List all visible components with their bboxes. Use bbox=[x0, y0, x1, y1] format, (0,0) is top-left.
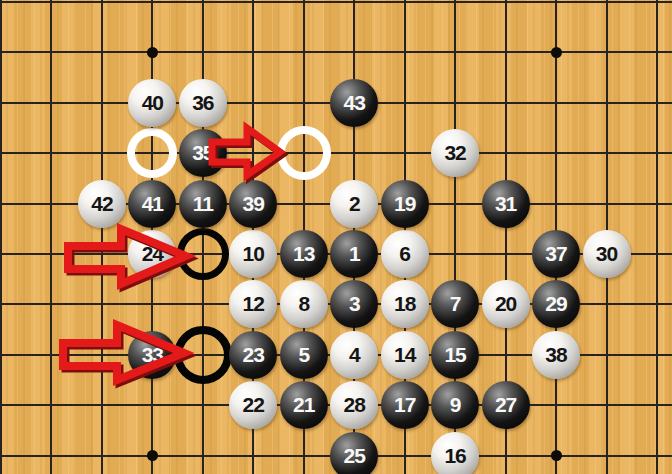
white-ring-marker[interactable] bbox=[127, 128, 177, 178]
stone-13[interactable]: 13 bbox=[280, 230, 328, 278]
stone-12[interactable]: 12 bbox=[229, 280, 277, 328]
stone-number: 12 bbox=[243, 292, 264, 316]
stone-5[interactable]: 5 bbox=[280, 331, 328, 379]
stone-40[interactable]: 40 bbox=[128, 79, 176, 127]
stone-39[interactable]: 39 bbox=[229, 180, 277, 228]
stone-11[interactable]: 11 bbox=[179, 180, 227, 228]
stone-number: 42 bbox=[91, 192, 112, 216]
stone-29[interactable]: 29 bbox=[532, 280, 580, 328]
stone-18[interactable]: 18 bbox=[381, 280, 429, 328]
stone-number: 37 bbox=[545, 242, 566, 266]
stone-number: 4 bbox=[349, 343, 360, 367]
stone-20[interactable]: 20 bbox=[482, 280, 530, 328]
star-point bbox=[551, 450, 562, 461]
stone-14[interactable]: 14 bbox=[381, 331, 429, 379]
stone-number: 20 bbox=[495, 292, 516, 316]
stone-4[interactable]: 4 bbox=[330, 331, 378, 379]
stone-25[interactable]: 25 bbox=[330, 432, 378, 474]
stone-number: 33 bbox=[142, 343, 163, 367]
star-point bbox=[551, 47, 562, 58]
stone-number: 14 bbox=[394, 343, 415, 367]
stone-number: 19 bbox=[394, 192, 415, 216]
stone-27[interactable]: 27 bbox=[482, 381, 530, 429]
stone-43[interactable]: 43 bbox=[330, 79, 378, 127]
star-point bbox=[147, 47, 158, 58]
grid-line-vertical bbox=[0, 0, 2, 474]
stone-21[interactable]: 21 bbox=[280, 381, 328, 429]
stone-9[interactable]: 9 bbox=[431, 381, 479, 429]
stone-number: 1 bbox=[349, 242, 360, 266]
grid-line-horizontal bbox=[0, 51, 672, 53]
stone-42[interactable]: 42 bbox=[78, 180, 126, 228]
stone-number: 16 bbox=[444, 444, 465, 468]
stone-number: 15 bbox=[444, 343, 465, 367]
stone-number: 17 bbox=[394, 393, 415, 417]
white-ring-marker[interactable] bbox=[277, 126, 331, 180]
stone-number: 27 bbox=[495, 393, 516, 417]
stone-8[interactable]: 8 bbox=[280, 280, 328, 328]
stone-number: 24 bbox=[142, 242, 163, 266]
grid-line-vertical bbox=[656, 0, 658, 474]
stone-number: 18 bbox=[394, 292, 415, 316]
stone-number: 30 bbox=[596, 242, 617, 266]
stone-24[interactable]: 24 bbox=[128, 230, 176, 278]
stone-number: 3 bbox=[349, 292, 360, 316]
grid-line-vertical bbox=[50, 0, 52, 474]
stone-2[interactable]: 2 bbox=[330, 180, 378, 228]
stone-number: 10 bbox=[243, 242, 264, 266]
stone-number: 6 bbox=[399, 242, 410, 266]
star-point bbox=[147, 450, 158, 461]
stone-number: 9 bbox=[450, 393, 461, 417]
stone-number: 39 bbox=[243, 192, 264, 216]
stone-number: 8 bbox=[298, 292, 309, 316]
stone-32[interactable]: 32 bbox=[431, 129, 479, 177]
gomoku-board[interactable]: 1234567891011121314151617181920212223242… bbox=[0, 0, 672, 474]
stone-number: 29 bbox=[545, 292, 566, 316]
stone-37[interactable]: 37 bbox=[532, 230, 580, 278]
stone-41[interactable]: 41 bbox=[128, 180, 176, 228]
stone-number: 25 bbox=[344, 444, 365, 468]
grid-line-vertical bbox=[101, 0, 103, 474]
stone-number: 7 bbox=[450, 292, 461, 316]
stone-number: 5 bbox=[298, 343, 309, 367]
stone-19[interactable]: 19 bbox=[381, 180, 429, 228]
stone-7[interactable]: 7 bbox=[431, 280, 479, 328]
stone-number: 23 bbox=[243, 343, 264, 367]
grid-line-horizontal bbox=[0, 152, 672, 154]
stone-31[interactable]: 31 bbox=[482, 180, 530, 228]
stone-number: 22 bbox=[243, 393, 264, 417]
stone-6[interactable]: 6 bbox=[381, 230, 429, 278]
stone-number: 36 bbox=[192, 91, 213, 115]
stone-35[interactable]: 35 bbox=[179, 129, 227, 177]
stone-33[interactable]: 33 bbox=[128, 331, 176, 379]
stone-3[interactable]: 3 bbox=[330, 280, 378, 328]
stone-number: 41 bbox=[142, 192, 163, 216]
stone-number: 2 bbox=[349, 192, 360, 216]
stone-number: 43 bbox=[344, 91, 365, 115]
stone-number: 11 bbox=[193, 192, 213, 216]
stone-15[interactable]: 15 bbox=[431, 331, 479, 379]
stone-16[interactable]: 16 bbox=[431, 432, 479, 474]
grid-line-horizontal bbox=[0, 1, 672, 3]
stone-number: 21 bbox=[293, 393, 314, 417]
black-ring-marker[interactable] bbox=[174, 326, 232, 384]
stone-10[interactable]: 10 bbox=[229, 230, 277, 278]
stone-38[interactable]: 38 bbox=[532, 331, 580, 379]
stone-1[interactable]: 1 bbox=[330, 230, 378, 278]
stone-23[interactable]: 23 bbox=[229, 331, 277, 379]
stone-number: 13 bbox=[293, 242, 314, 266]
stone-30[interactable]: 30 bbox=[583, 230, 631, 278]
stone-number: 32 bbox=[444, 141, 465, 165]
stone-number: 35 bbox=[192, 141, 213, 165]
black-ring-marker[interactable] bbox=[177, 228, 229, 280]
stone-36[interactable]: 36 bbox=[179, 79, 227, 127]
stone-28[interactable]: 28 bbox=[330, 381, 378, 429]
stone-number: 31 bbox=[495, 192, 516, 216]
stone-number: 40 bbox=[142, 91, 163, 115]
stone-number: 28 bbox=[344, 393, 365, 417]
stone-22[interactable]: 22 bbox=[229, 381, 277, 429]
stone-17[interactable]: 17 bbox=[381, 381, 429, 429]
stone-number: 38 bbox=[545, 343, 566, 367]
